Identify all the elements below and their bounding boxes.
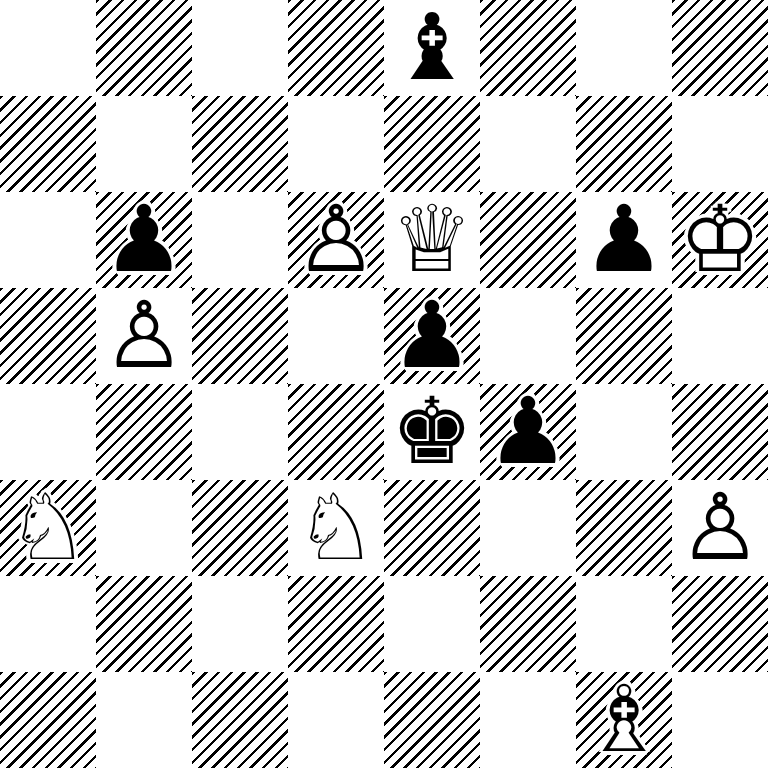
piece-white-bishop-fill: ♝ (576, 672, 672, 768)
square-b5[interactable]: ♟♙ (96, 288, 192, 384)
piece-white-knight-fill: ♞ (0, 480, 96, 576)
square-d6[interactable]: ♟♙ (288, 192, 384, 288)
square-h1[interactable] (672, 672, 768, 768)
square-c8[interactable] (192, 0, 288, 96)
square-d2[interactable] (288, 576, 384, 672)
square-a2[interactable] (0, 576, 96, 672)
square-h3[interactable]: ♟♙ (672, 480, 768, 576)
square-f1[interactable] (480, 672, 576, 768)
square-e8[interactable]: ♝ (384, 0, 480, 96)
square-g5[interactable] (576, 288, 672, 384)
square-e1[interactable] (384, 672, 480, 768)
square-f7[interactable] (480, 96, 576, 192)
square-h6[interactable]: ♚♔ (672, 192, 768, 288)
piece-black-pawn: ♟ (96, 192, 192, 288)
square-a4[interactable] (0, 384, 96, 480)
piece-white-pawn-fill: ♟ (672, 480, 768, 576)
square-d5[interactable] (288, 288, 384, 384)
square-e2[interactable] (384, 576, 480, 672)
square-h7[interactable] (672, 96, 768, 192)
square-f5[interactable] (480, 288, 576, 384)
piece-black-king: ♚ (384, 384, 480, 480)
square-e5[interactable]: ♟ (384, 288, 480, 384)
piece-white-queen-fill: ♛ (384, 192, 480, 288)
square-g1[interactable]: ♝♗ (576, 672, 672, 768)
square-c7[interactable] (192, 96, 288, 192)
square-a1[interactable] (0, 672, 96, 768)
square-f3[interactable] (480, 480, 576, 576)
square-e7[interactable] (384, 96, 480, 192)
square-h8[interactable] (672, 0, 768, 96)
square-g6[interactable]: ♟ (576, 192, 672, 288)
square-f2[interactable] (480, 576, 576, 672)
piece-white-pawn-fill: ♟ (288, 192, 384, 288)
piece-white-pawn: ♙ (672, 480, 768, 576)
square-a8[interactable] (0, 0, 96, 96)
piece-white-bishop: ♗ (576, 672, 672, 768)
piece-white-pawn: ♙ (96, 288, 192, 384)
piece-white-queen: ♕ (384, 192, 480, 288)
square-d1[interactable] (288, 672, 384, 768)
chess-board: ♝♟♟♙♛♕♟♚♔♟♙♟♚♟♞♘♞♘♟♙♝♗ (0, 0, 768, 768)
piece-black-pawn: ♟ (384, 288, 480, 384)
piece-black-pawn: ♟ (576, 192, 672, 288)
square-f8[interactable] (480, 0, 576, 96)
square-b7[interactable] (96, 96, 192, 192)
piece-white-king: ♔ (672, 192, 768, 288)
square-g2[interactable] (576, 576, 672, 672)
square-d4[interactable] (288, 384, 384, 480)
square-d7[interactable] (288, 96, 384, 192)
piece-white-knight: ♘ (288, 480, 384, 576)
piece-white-knight-fill: ♞ (288, 480, 384, 576)
square-b2[interactable] (96, 576, 192, 672)
square-d3[interactable]: ♞♘ (288, 480, 384, 576)
square-e3[interactable] (384, 480, 480, 576)
square-f4[interactable]: ♟ (480, 384, 576, 480)
square-a5[interactable] (0, 288, 96, 384)
square-b1[interactable] (96, 672, 192, 768)
square-c5[interactable] (192, 288, 288, 384)
square-c2[interactable] (192, 576, 288, 672)
square-h5[interactable] (672, 288, 768, 384)
piece-white-knight: ♘ (0, 480, 96, 576)
piece-white-king-fill: ♚ (672, 192, 768, 288)
square-h2[interactable] (672, 576, 768, 672)
square-g8[interactable] (576, 0, 672, 96)
piece-black-pawn: ♟ (480, 384, 576, 480)
square-c3[interactable] (192, 480, 288, 576)
square-e4[interactable]: ♚ (384, 384, 480, 480)
square-c4[interactable] (192, 384, 288, 480)
square-g3[interactable] (576, 480, 672, 576)
square-b8[interactable] (96, 0, 192, 96)
square-a3[interactable]: ♞♘ (0, 480, 96, 576)
square-a6[interactable] (0, 192, 96, 288)
square-c1[interactable] (192, 672, 288, 768)
square-f6[interactable] (480, 192, 576, 288)
piece-white-pawn: ♙ (288, 192, 384, 288)
square-d8[interactable] (288, 0, 384, 96)
piece-white-pawn-fill: ♟ (96, 288, 192, 384)
square-b4[interactable] (96, 384, 192, 480)
square-e6[interactable]: ♛♕ (384, 192, 480, 288)
square-c6[interactable] (192, 192, 288, 288)
square-g4[interactable] (576, 384, 672, 480)
square-a7[interactable] (0, 96, 96, 192)
square-b6[interactable]: ♟ (96, 192, 192, 288)
piece-black-bishop: ♝ (384, 0, 480, 96)
square-h4[interactable] (672, 384, 768, 480)
square-g7[interactable] (576, 96, 672, 192)
square-b3[interactable] (96, 480, 192, 576)
